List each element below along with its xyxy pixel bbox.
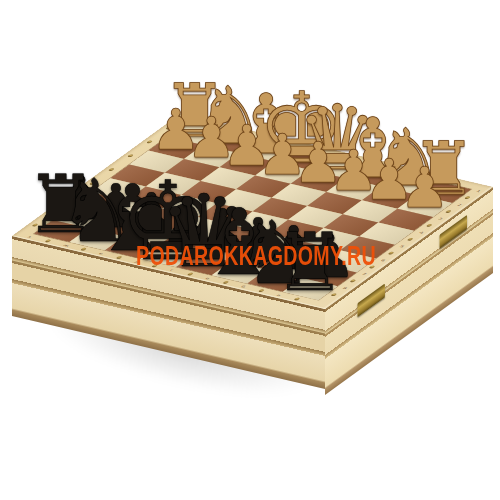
product-photo-scene: з1ж2е3д4г5в6б7а8 ♜♞♝♛♚♝♞♜♟♟♟♟♟♟♟♟♟♟♟♟♟♟♟… [0,0,500,500]
watermark: PODAROKKAGDOMY.RU [136,240,376,272]
white-pawn-a2[interactable]: ♟ [400,160,450,216]
